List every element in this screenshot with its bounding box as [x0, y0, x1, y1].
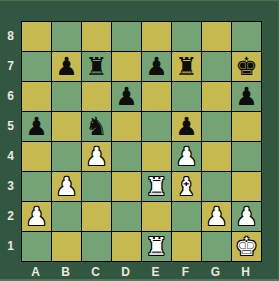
black-pawn[interactable]: ♟ — [55, 54, 77, 79]
square-b7[interactable]: ♟ — [52, 52, 81, 81]
rank-label-3: 3 — [0, 171, 21, 200]
square-c3[interactable] — [82, 172, 111, 201]
black-knight[interactable]: ♞ — [85, 114, 107, 139]
square-b5[interactable] — [52, 112, 81, 141]
black-rook[interactable]: ♜ — [85, 54, 107, 79]
square-b8[interactable] — [52, 22, 81, 51]
square-e1[interactable]: ♜ — [142, 232, 171, 261]
file-label-e: E — [141, 263, 170, 281]
square-f1[interactable] — [172, 232, 201, 261]
file-label-b: B — [51, 263, 80, 281]
white-pawn[interactable]: ♟ — [205, 204, 227, 229]
square-f3[interactable]: ♝ — [172, 172, 201, 201]
square-b1[interactable] — [52, 232, 81, 261]
square-d4[interactable] — [112, 142, 141, 171]
rank-labels: 8 7 6 5 4 3 2 1 — [0, 21, 21, 260]
rank-label-6: 6 — [0, 81, 21, 110]
black-rook[interactable]: ♜ — [175, 54, 197, 79]
white-rook[interactable]: ♜ — [145, 174, 167, 199]
square-d2[interactable] — [112, 202, 141, 231]
square-d6[interactable]: ♟ — [112, 82, 141, 111]
rank-label-1: 1 — [0, 231, 21, 260]
file-label-f: F — [171, 263, 200, 281]
square-g3[interactable] — [202, 172, 231, 201]
square-a4[interactable] — [22, 142, 51, 171]
square-h4[interactable] — [232, 142, 261, 171]
square-b6[interactable] — [52, 82, 81, 111]
chess-board: ♟♜♟♜♚♟♟♟♞♟♟♟♟♜♝♟♟♟♜♚ — [21, 21, 262, 262]
square-g5[interactable] — [202, 112, 231, 141]
rank-label-2: 2 — [0, 201, 21, 230]
square-c7[interactable]: ♜ — [82, 52, 111, 81]
square-d3[interactable] — [112, 172, 141, 201]
white-pawn[interactable]: ♟ — [25, 204, 47, 229]
square-a7[interactable] — [22, 52, 51, 81]
black-pawn[interactable]: ♟ — [25, 114, 47, 139]
square-b3[interactable]: ♟ — [52, 172, 81, 201]
rank-label-8: 8 — [0, 21, 21, 50]
file-label-d: D — [111, 263, 140, 281]
square-e2[interactable] — [142, 202, 171, 231]
square-e4[interactable] — [142, 142, 171, 171]
square-e6[interactable] — [142, 82, 171, 111]
square-c6[interactable] — [82, 82, 111, 111]
file-label-g: G — [201, 263, 230, 281]
square-f4[interactable]: ♟ — [172, 142, 201, 171]
square-h1[interactable]: ♚ — [232, 232, 261, 261]
square-f5[interactable]: ♟ — [172, 112, 201, 141]
white-king[interactable]: ♚ — [235, 234, 257, 259]
black-pawn[interactable]: ♟ — [115, 84, 137, 109]
square-g6[interactable] — [202, 82, 231, 111]
square-h3[interactable] — [232, 172, 261, 201]
square-h7[interactable]: ♚ — [232, 52, 261, 81]
square-b2[interactable] — [52, 202, 81, 231]
file-label-a: A — [21, 263, 50, 281]
square-c5[interactable]: ♞ — [82, 112, 111, 141]
file-labels: A B C D E F G H — [21, 263, 262, 281]
square-h5[interactable] — [232, 112, 261, 141]
square-e7[interactable]: ♟ — [142, 52, 171, 81]
rank-label-5: 5 — [0, 111, 21, 140]
file-label-h: H — [231, 263, 260, 281]
white-rook[interactable]: ♜ — [145, 234, 167, 259]
square-e5[interactable] — [142, 112, 171, 141]
square-c8[interactable] — [82, 22, 111, 51]
square-d1[interactable] — [112, 232, 141, 261]
square-a6[interactable] — [22, 82, 51, 111]
square-f8[interactable] — [172, 22, 201, 51]
square-f2[interactable] — [172, 202, 201, 231]
rank-label-7: 7 — [0, 51, 21, 80]
white-pawn[interactable]: ♟ — [175, 144, 197, 169]
square-a2[interactable]: ♟ — [22, 202, 51, 231]
square-d8[interactable] — [112, 22, 141, 51]
square-d7[interactable] — [112, 52, 141, 81]
square-a3[interactable] — [22, 172, 51, 201]
chess-board-window: 8 7 6 5 4 3 2 1 ♟♜♟♜♚♟♟♟♞♟♟♟♟♜♝♟♟♟♜♚ A B… — [0, 0, 279, 281]
black-pawn[interactable]: ♟ — [145, 54, 167, 79]
rank-label-4: 4 — [0, 141, 21, 170]
square-a8[interactable] — [22, 22, 51, 51]
white-bishop[interactable]: ♝ — [175, 174, 197, 199]
white-pawn[interactable]: ♟ — [235, 204, 257, 229]
square-b4[interactable] — [52, 142, 81, 171]
square-g2[interactable]: ♟ — [202, 202, 231, 231]
black-pawn[interactable]: ♟ — [175, 114, 197, 139]
square-a1[interactable] — [22, 232, 51, 261]
square-f6[interactable] — [172, 82, 201, 111]
square-h8[interactable] — [232, 22, 261, 51]
square-g7[interactable] — [202, 52, 231, 81]
white-pawn[interactable]: ♟ — [55, 174, 77, 199]
square-c1[interactable] — [82, 232, 111, 261]
white-pawn[interactable]: ♟ — [85, 144, 107, 169]
square-e8[interactable] — [142, 22, 171, 51]
square-d5[interactable] — [112, 112, 141, 141]
file-label-c: C — [81, 263, 110, 281]
black-pawn[interactable]: ♟ — [235, 84, 257, 109]
square-h2[interactable]: ♟ — [232, 202, 261, 231]
square-e3[interactable]: ♜ — [142, 172, 171, 201]
square-g1[interactable] — [202, 232, 231, 261]
square-h6[interactable]: ♟ — [232, 82, 261, 111]
square-f7[interactable]: ♜ — [172, 52, 201, 81]
square-c2[interactable] — [82, 202, 111, 231]
black-king[interactable]: ♚ — [235, 54, 257, 79]
square-c4[interactable]: ♟ — [82, 142, 111, 171]
square-g8[interactable] — [202, 22, 231, 51]
square-a5[interactable]: ♟ — [22, 112, 51, 141]
square-g4[interactable] — [202, 142, 231, 171]
